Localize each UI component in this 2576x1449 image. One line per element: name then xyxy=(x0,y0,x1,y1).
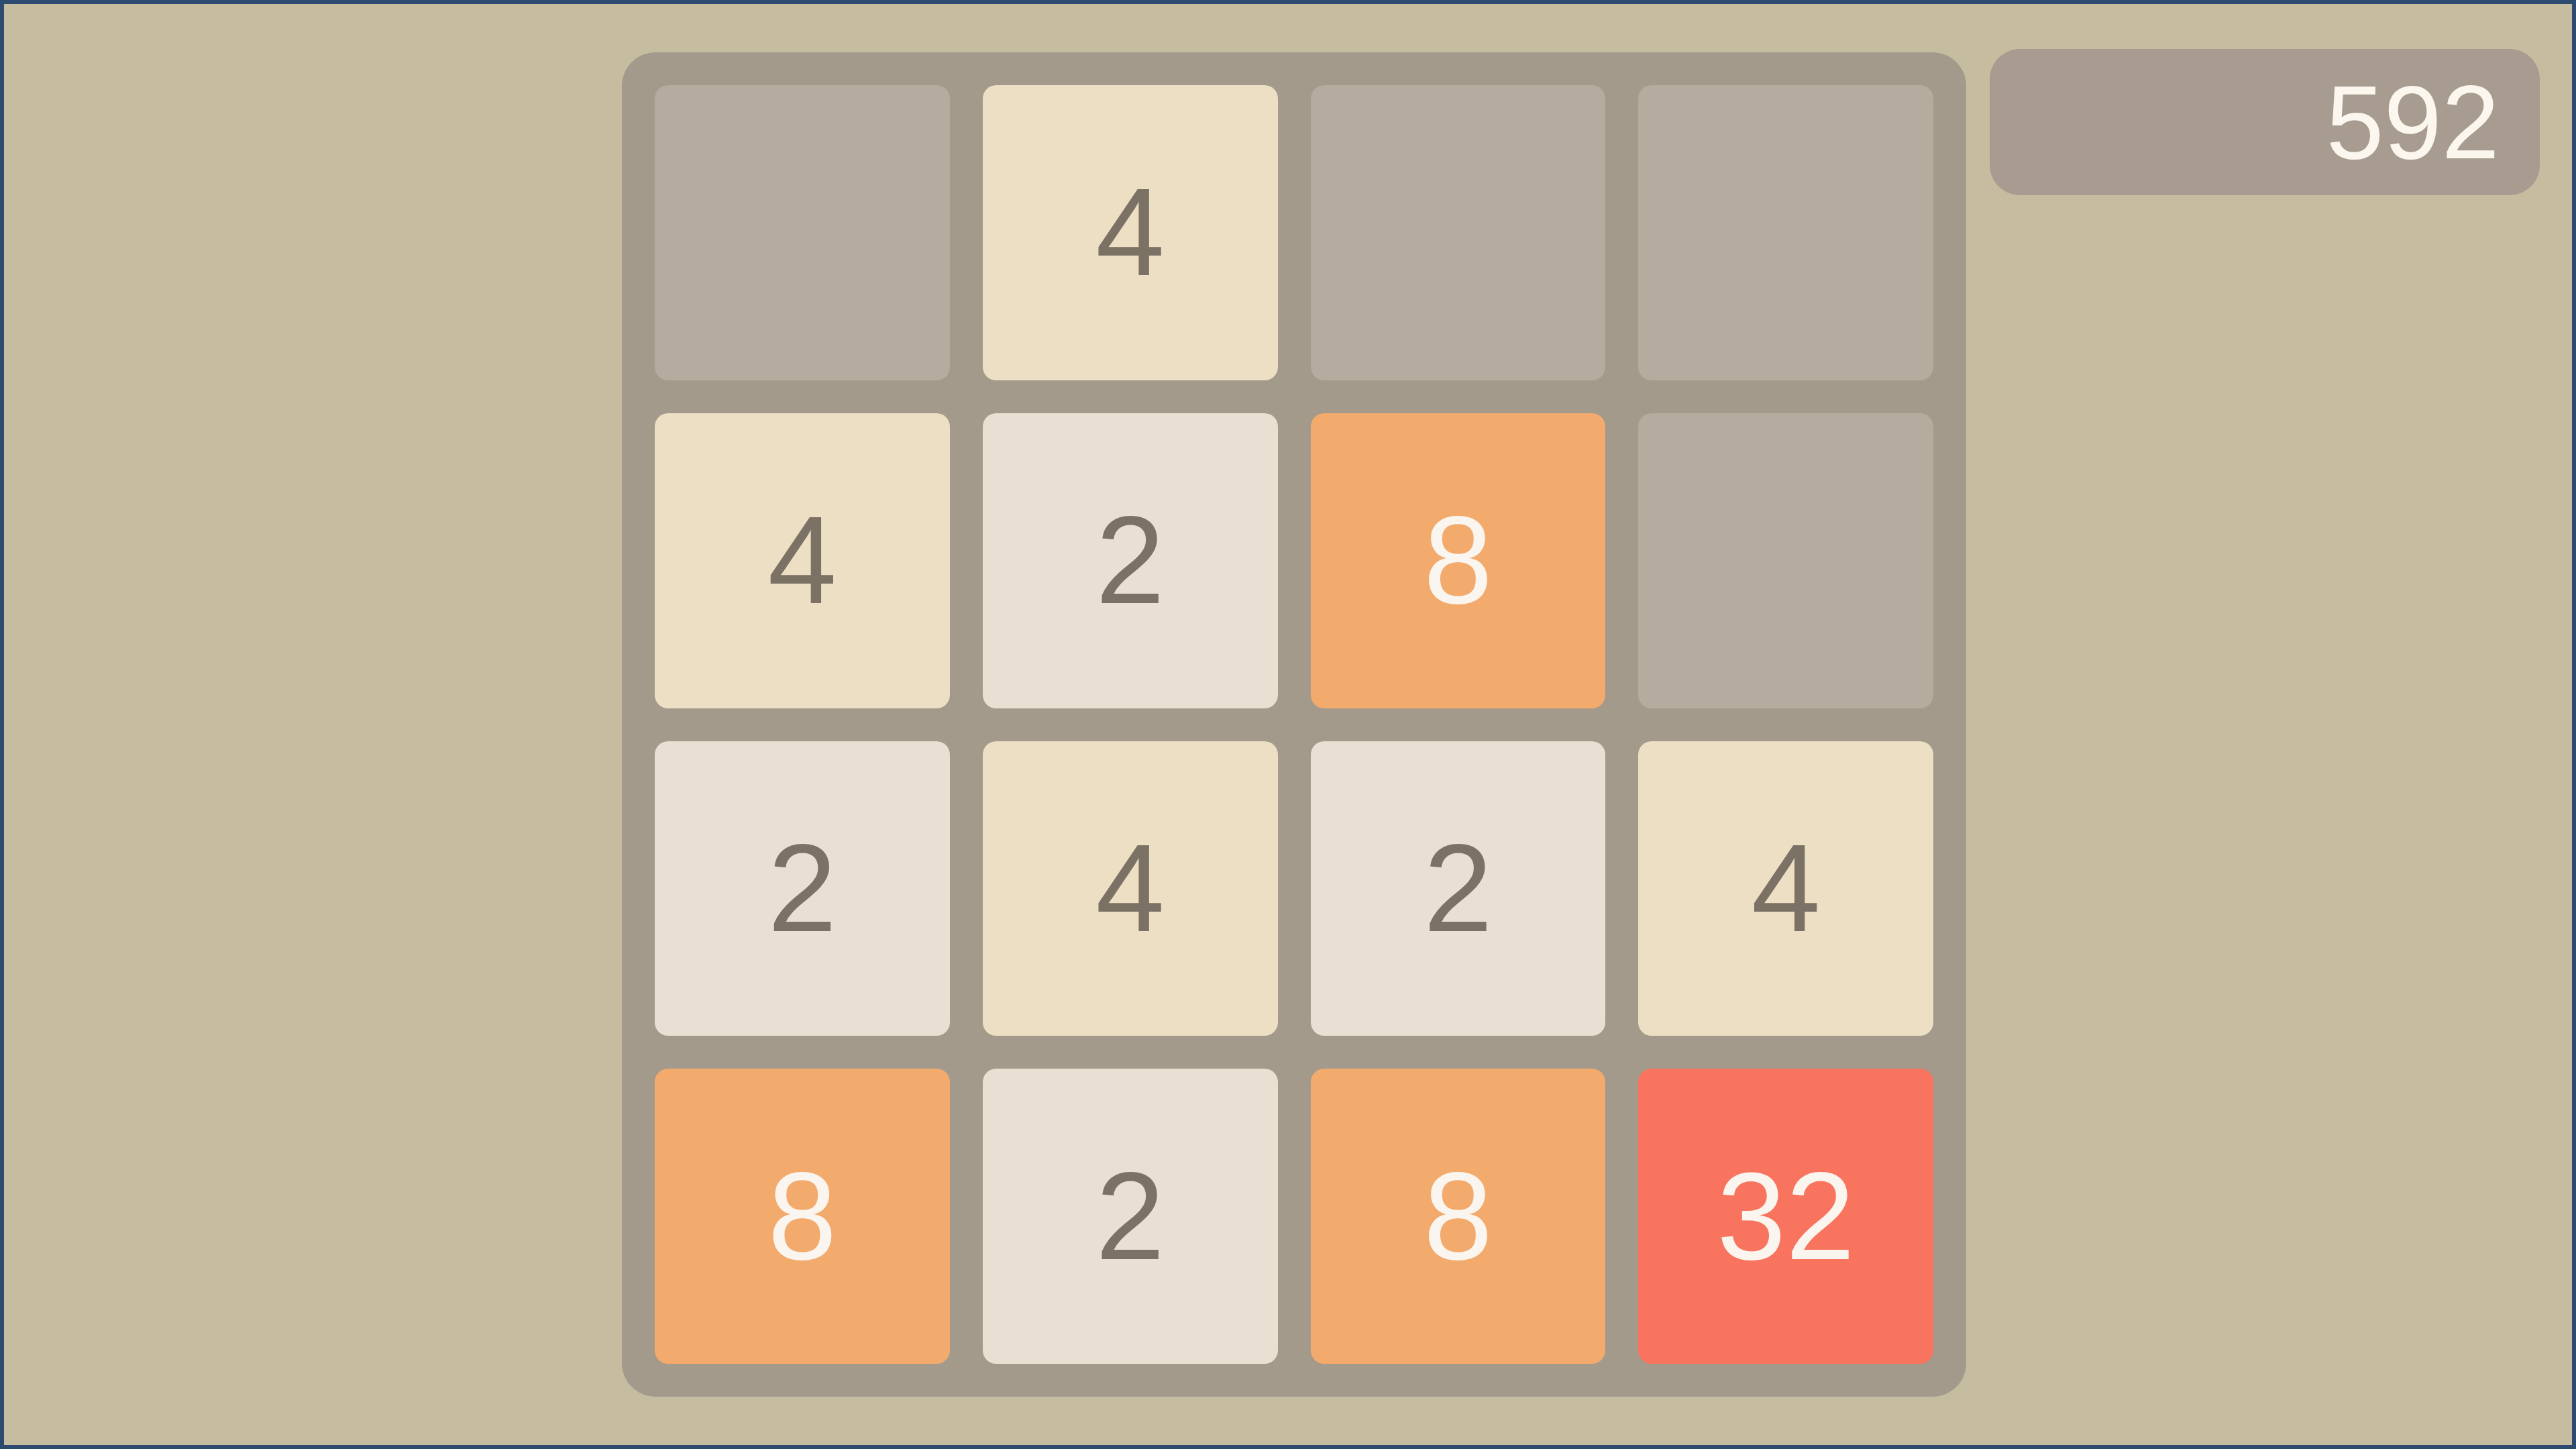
tile-4: 4 xyxy=(983,85,1278,380)
score-box: 592 xyxy=(1990,49,2540,195)
tile-8: 8 xyxy=(1311,1069,1606,1364)
tile-8: 8 xyxy=(655,1069,950,1364)
board-2048[interactable]: 4428242482832 xyxy=(622,52,1966,1397)
game-screen: 592 4428242482832 xyxy=(0,0,2576,1449)
empty-cell xyxy=(1311,85,1606,380)
tile-2: 2 xyxy=(983,413,1278,708)
empty-cell xyxy=(1638,413,1933,708)
score-value: 592 xyxy=(2326,70,2500,174)
tile-8: 8 xyxy=(1311,413,1606,708)
tile-2: 2 xyxy=(1311,741,1606,1036)
tile-4: 4 xyxy=(1638,741,1933,1036)
empty-cell xyxy=(655,85,950,380)
tile-2: 2 xyxy=(655,741,950,1036)
tile-2: 2 xyxy=(983,1069,1278,1364)
tile-4: 4 xyxy=(983,741,1278,1036)
tile-32: 32 xyxy=(1638,1069,1933,1364)
empty-cell xyxy=(1638,85,1933,380)
tile-4: 4 xyxy=(655,413,950,708)
